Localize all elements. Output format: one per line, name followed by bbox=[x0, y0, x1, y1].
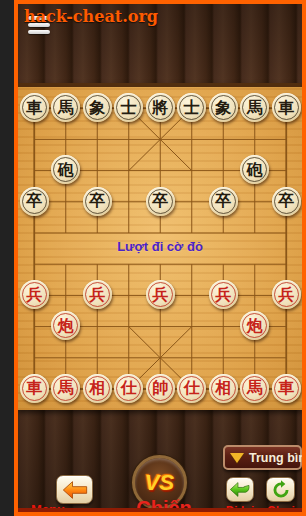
piece-glyph: 士 bbox=[121, 100, 137, 116]
piece-glyph: 象 bbox=[215, 100, 231, 116]
xiangqi-piece-black[interactable]: 砲 bbox=[51, 155, 80, 184]
xiangqi-piece-black[interactable]: 將 bbox=[146, 93, 175, 122]
xiangqi-piece-red[interactable]: 帥 bbox=[146, 374, 175, 403]
piece-glyph: 兵 bbox=[26, 287, 42, 303]
piece-glyph: 將 bbox=[152, 100, 168, 116]
xiangqi-piece-red[interactable]: 兵 bbox=[272, 280, 301, 309]
xiangqi-piece-red[interactable]: 仕 bbox=[177, 374, 206, 403]
xiangqi-piece-black[interactable]: 車 bbox=[272, 93, 301, 122]
xiangqi-board[interactable]: Lượt đi cờ đỏ 車馬象士將士象馬車砲砲卒卒卒卒卒兵兵兵兵兵炮炮車馬相… bbox=[18, 83, 302, 410]
piece-glyph: 車 bbox=[26, 100, 42, 116]
xiangqi-piece-black[interactable]: 卒 bbox=[20, 187, 49, 216]
battle-label[interactable]: Chiến bbox=[111, 497, 217, 516]
turn-status: Lượt đi cờ đỏ bbox=[18, 239, 302, 254]
xiangqi-piece-black[interactable]: 馬 bbox=[51, 93, 80, 122]
xiangqi-piece-red[interactable]: 仕 bbox=[114, 374, 143, 403]
menu-button[interactable] bbox=[56, 475, 93, 504]
xiangqi-piece-red[interactable]: 兵 bbox=[20, 280, 49, 309]
piece-glyph: 兵 bbox=[89, 287, 105, 303]
xiangqi-piece-red[interactable]: 車 bbox=[20, 374, 49, 403]
xiangqi-piece-black[interactable]: 車 bbox=[20, 93, 49, 122]
piece-glyph: 兵 bbox=[215, 287, 231, 303]
xiangqi-piece-black[interactable]: 砲 bbox=[240, 155, 269, 184]
xiangqi-piece-red[interactable]: 兵 bbox=[209, 280, 238, 309]
xiangqi-piece-red[interactable]: 兵 bbox=[83, 280, 112, 309]
piece-glyph: 兵 bbox=[278, 287, 294, 303]
xiangqi-piece-red[interactable]: 相 bbox=[83, 374, 112, 403]
new-game-button[interactable] bbox=[266, 477, 295, 502]
piece-glyph: 仕 bbox=[184, 380, 200, 396]
piece-glyph: 炮 bbox=[247, 318, 263, 334]
piece-glyph: 象 bbox=[89, 100, 105, 116]
piece-glyph: 車 bbox=[26, 380, 42, 396]
piece-glyph: 卒 bbox=[152, 193, 168, 209]
piece-glyph: 卒 bbox=[215, 193, 231, 209]
xiangqi-piece-red[interactable]: 馬 bbox=[240, 374, 269, 403]
piece-glyph: 兵 bbox=[152, 287, 168, 303]
xiangqi-piece-black[interactable]: 卒 bbox=[146, 187, 175, 216]
piece-glyph: 卒 bbox=[89, 193, 105, 209]
piece-glyph: 馬 bbox=[58, 100, 74, 116]
piece-glyph: 砲 bbox=[58, 162, 74, 178]
watermark-link[interactable]: hack-cheat.org bbox=[24, 7, 158, 26]
piece-glyph: 相 bbox=[89, 380, 105, 396]
xiangqi-piece-black[interactable]: 象 bbox=[209, 93, 238, 122]
piece-glyph: 車 bbox=[278, 100, 294, 116]
xiangqi-piece-red[interactable]: 車 bbox=[272, 374, 301, 403]
bottom-accent-strip bbox=[18, 508, 302, 512]
green-undo-arrow-icon bbox=[229, 480, 251, 499]
xiangqi-piece-black[interactable]: 卒 bbox=[209, 187, 238, 216]
xiangqi-piece-black[interactable]: 士 bbox=[177, 93, 206, 122]
xiangqi-piece-black[interactable]: 馬 bbox=[240, 93, 269, 122]
xiangqi-piece-red[interactable]: 馬 bbox=[51, 374, 80, 403]
undo-button[interactable] bbox=[226, 477, 254, 502]
xiangqi-piece-red[interactable]: 炮 bbox=[51, 311, 80, 340]
xiangqi-piece-black[interactable]: 象 bbox=[83, 93, 112, 122]
piece-glyph: 相 bbox=[215, 380, 231, 396]
piece-glyph: 馬 bbox=[247, 100, 263, 116]
difficulty-label: Trung bình bbox=[249, 451, 306, 465]
chevron-down-icon bbox=[230, 453, 244, 463]
piece-glyph: 卒 bbox=[26, 193, 42, 209]
refresh-icon bbox=[271, 480, 291, 500]
piece-glyph: 卒 bbox=[278, 193, 294, 209]
board-inner: Lượt đi cờ đỏ 車馬象士將士象馬車砲砲卒卒卒卒卒兵兵兵兵兵炮炮車馬相… bbox=[18, 87, 302, 410]
vs-flame-icon: VS bbox=[145, 470, 174, 496]
piece-glyph: 士 bbox=[184, 100, 200, 116]
xiangqi-piece-black[interactable]: 卒 bbox=[272, 187, 301, 216]
piece-glyph: 馬 bbox=[58, 380, 74, 396]
xiangqi-piece-red[interactable]: 炮 bbox=[240, 311, 269, 340]
piece-glyph: 車 bbox=[278, 380, 294, 396]
difficulty-dropdown[interactable]: Trung bình bbox=[223, 445, 302, 470]
hamburger-bar bbox=[28, 30, 50, 34]
orange-left-arrow-icon bbox=[61, 480, 89, 500]
piece-glyph: 砲 bbox=[247, 162, 263, 178]
piece-glyph: 馬 bbox=[247, 380, 263, 396]
xiangqi-piece-black[interactable]: 士 bbox=[114, 93, 143, 122]
xiangqi-piece-red[interactable]: 相 bbox=[209, 374, 238, 403]
app-screen: hack-cheat.org bbox=[14, 0, 306, 516]
xiangqi-piece-black[interactable]: 卒 bbox=[83, 187, 112, 216]
piece-glyph: 仕 bbox=[121, 380, 137, 396]
piece-glyph: 帥 bbox=[152, 380, 168, 396]
piece-glyph: 炮 bbox=[58, 318, 74, 334]
xiangqi-piece-red[interactable]: 兵 bbox=[146, 280, 175, 309]
